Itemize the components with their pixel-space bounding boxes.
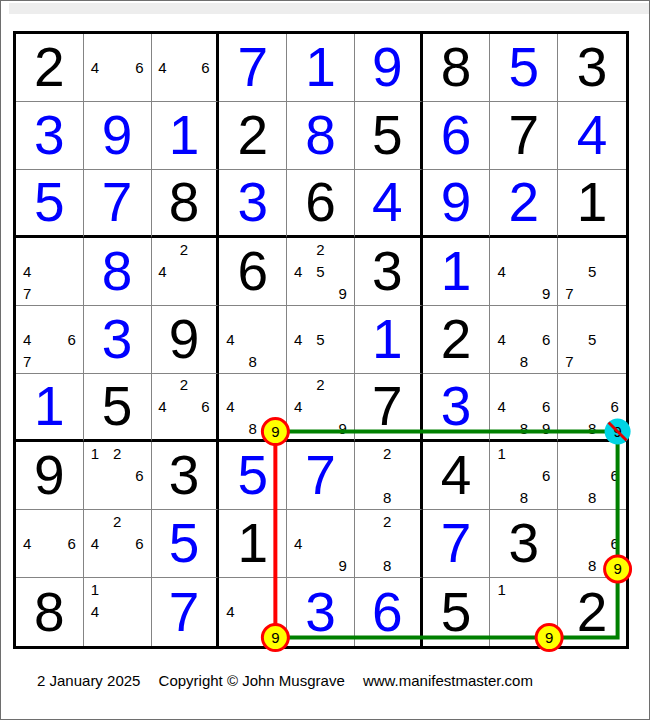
candidate-digit: 5 <box>581 260 604 282</box>
candidate-digit: 4 <box>490 328 512 350</box>
candidate-digit: 1 <box>490 578 512 601</box>
solved-digit: 7 <box>305 448 336 503</box>
cell-r9c2[interactable]: 14 <box>84 578 152 646</box>
solved-digit: 7 <box>169 585 200 640</box>
solved-digit: 5 <box>34 175 65 230</box>
cell-r9c6[interactable]: 6 <box>355 578 423 646</box>
solved-digit: 9 <box>102 108 133 163</box>
cell-r5c4[interactable]: 48 <box>219 306 287 374</box>
given-digit: 5 <box>372 108 403 163</box>
candidate-digit: 2 <box>309 374 331 396</box>
candidate-grid: 49 <box>219 578 286 646</box>
cell-r2c3[interactable]: 1 <box>152 102 220 170</box>
candidate-digit: 8 <box>513 417 535 439</box>
candidate-grid: 24 <box>152 238 217 305</box>
candidate-grid: 689 <box>558 374 626 439</box>
cell-r9c1[interactable]: 8 <box>16 578 84 646</box>
candidate-digit: 9 <box>332 417 354 439</box>
cell-r3c8[interactable]: 2 <box>490 170 558 238</box>
given-digit: 1 <box>577 175 608 230</box>
cell-r1c2[interactable]: 46 <box>84 34 152 102</box>
solved-digit: 6 <box>372 585 403 640</box>
candidate-grid: 689 <box>558 510 626 577</box>
candidate-digit: 5 <box>309 328 331 350</box>
given-digit: 6 <box>237 244 268 299</box>
cell-r1c1[interactable]: 2 <box>16 34 84 102</box>
cell-r6c2[interactable]: 5 <box>84 374 152 442</box>
cell-r9c7[interactable]: 5 <box>423 578 491 646</box>
cell-r2c5[interactable]: 8 <box>287 102 355 170</box>
solved-digit: 7 <box>102 175 133 230</box>
solved-digit: 8 <box>102 244 133 299</box>
cell-r6c6[interactable]: 7 <box>355 374 423 442</box>
candidate-grid: 468 <box>490 306 557 373</box>
cell-r4c3[interactable]: 24 <box>152 238 220 306</box>
solved-digit: 4 <box>577 108 608 163</box>
given-digit: 4 <box>441 448 472 503</box>
cell-r2c9[interactable]: 4 <box>558 102 626 170</box>
given-digit: 2 <box>577 585 608 640</box>
candidate-digit: 4 <box>152 396 174 418</box>
candidate-grid: 246 <box>84 510 151 577</box>
candidate-grid: 49 <box>490 238 557 305</box>
solved-digit: 1 <box>305 40 336 95</box>
cell-r9c3[interactable]: 7 <box>152 578 220 646</box>
cell-r1c6[interactable]: 9 <box>355 34 423 102</box>
candidate-digit: 6 <box>128 56 150 78</box>
cell-r4c8[interactable]: 49 <box>490 238 558 306</box>
candidate-digit: 6 <box>603 396 626 418</box>
cell-r1c5[interactable]: 1 <box>287 34 355 102</box>
cell-r5c1[interactable]: 467 <box>16 306 84 374</box>
candidate-digit: 6 <box>535 464 557 486</box>
candidate-digit: 9 <box>603 417 626 439</box>
candidate-grid: 467 <box>16 306 83 373</box>
cell-r5c8[interactable]: 468 <box>490 306 558 374</box>
solved-digit: 8 <box>305 108 336 163</box>
candidate-digit: 8 <box>376 487 398 509</box>
candidate-digit: 6 <box>603 532 626 554</box>
cell-r8c8[interactable]: 3 <box>490 510 558 578</box>
cell-r7c8[interactable]: 168 <box>490 442 558 510</box>
candidate-digit: 4 <box>219 328 241 350</box>
cell-r4c6[interactable]: 3 <box>355 238 423 306</box>
cell-r3c7[interactable]: 9 <box>423 170 491 238</box>
candidate-grid: 46 <box>84 34 151 101</box>
candidate-grid: 46 <box>152 34 217 101</box>
candidate-digit: 8 <box>376 555 398 577</box>
cell-r6c5[interactable]: 249 <box>287 374 355 442</box>
given-digit: 3 <box>509 516 540 571</box>
cell-r8c7[interactable]: 7 <box>423 510 491 578</box>
cell-r5c5[interactable]: 45 <box>287 306 355 374</box>
solved-digit: 2 <box>509 175 540 230</box>
cell-r8c9[interactable]: 689 <box>558 510 626 578</box>
candidate-grid: 48 <box>219 306 286 373</box>
candidate-digit: 6 <box>128 532 150 554</box>
candidate-digit: 9 <box>535 417 557 439</box>
cell-r5c6[interactable]: 1 <box>355 306 423 374</box>
given-digit: 8 <box>441 40 472 95</box>
cell-r4c9[interactable]: 57 <box>558 238 626 306</box>
cell-r4c2[interactable]: 8 <box>84 238 152 306</box>
candidate-digit: 8 <box>513 487 535 509</box>
candidate-digit: 6 <box>195 396 217 418</box>
candidate-grid: 68 <box>558 442 626 509</box>
cell-r6c9[interactable]: 689 <box>558 374 626 442</box>
solved-digit: 3 <box>102 312 133 367</box>
candidate-digit: 8 <box>513 351 535 373</box>
candidate-digit: 4 <box>490 260 512 282</box>
candidate-grid: 249 <box>287 374 354 439</box>
given-digit: 6 <box>305 175 336 230</box>
cell-r6c3[interactable]: 246 <box>152 374 220 442</box>
candidate-digit: 9 <box>264 623 286 646</box>
cell-r1c8[interactable]: 5 <box>490 34 558 102</box>
candidate-grid: 28 <box>355 442 420 509</box>
solved-digit: 7 <box>237 40 268 95</box>
given-digit: 1 <box>237 516 268 571</box>
candidate-digit: 4 <box>84 56 106 78</box>
candidate-digit: 8 <box>581 487 604 509</box>
cell-r5c9[interactable]: 57 <box>558 306 626 374</box>
candidate-digit: 2 <box>106 510 128 532</box>
solved-digit: 6 <box>441 108 472 163</box>
candidate-grid: 57 <box>558 306 626 373</box>
candidate-digit: 4 <box>287 328 309 350</box>
top-strip <box>9 3 650 14</box>
candidate-digit: 8 <box>242 351 264 373</box>
solved-digit: 1 <box>372 312 403 367</box>
cell-r6c1[interactable]: 1 <box>16 374 84 442</box>
candidate-digit: 6 <box>128 464 150 486</box>
candidate-grid: 45 <box>287 306 354 373</box>
candidate-grid: 49 <box>287 510 354 577</box>
given-digit: 8 <box>34 585 65 640</box>
cell-r3c5[interactable]: 6 <box>287 170 355 238</box>
solved-digit: 5 <box>237 448 268 503</box>
cell-r1c3[interactable]: 46 <box>152 34 220 102</box>
candidate-digit: 6 <box>535 396 557 418</box>
candidate-digit: 9 <box>264 417 286 439</box>
cell-r8c3[interactable]: 5 <box>152 510 220 578</box>
candidate-grid: 168 <box>490 442 557 509</box>
solved-digit: 3 <box>441 379 472 434</box>
candidate-grid: 46 <box>16 510 83 577</box>
cell-r1c9[interactable]: 3 <box>558 34 626 102</box>
candidate-digit: 4 <box>84 601 106 624</box>
cell-r8c6[interactable]: 28 <box>355 510 423 578</box>
candidate-digit: 4 <box>219 601 241 624</box>
footer-copyright: Copyright © John Musgrave <box>159 672 345 689</box>
candidate-grid: 246 <box>152 374 217 439</box>
given-digit: 5 <box>441 585 472 640</box>
candidate-digit: 7 <box>558 351 581 373</box>
solved-digit: 1 <box>169 108 200 163</box>
cell-r2c7[interactable]: 6 <box>423 102 491 170</box>
cell-r4c7[interactable]: 1 <box>423 238 491 306</box>
candidate-digit: 2 <box>173 238 195 260</box>
cell-r8c5[interactable]: 49 <box>287 510 355 578</box>
candidate-digit: 1 <box>490 442 512 464</box>
given-digit: 3 <box>169 448 200 503</box>
cell-r7c6[interactable]: 28 <box>355 442 423 510</box>
cell-r1c4[interactable]: 7 <box>219 34 287 102</box>
cell-r3c1[interactable]: 5 <box>16 170 84 238</box>
cell-r7c5[interactable]: 7 <box>287 442 355 510</box>
candidate-digit: 1 <box>84 578 106 601</box>
solved-digit: 3 <box>34 108 65 163</box>
candidate-grid: 47 <box>16 238 83 305</box>
candidate-digit: 6 <box>535 328 557 350</box>
cell-r6c7[interactable]: 3 <box>423 374 491 442</box>
solved-digit: 1 <box>441 244 472 299</box>
candidate-digit: 7 <box>16 351 38 373</box>
cell-r2c4[interactable]: 2 <box>219 102 287 170</box>
cell-r3c4[interactable]: 3 <box>219 170 287 238</box>
cell-r6c8[interactable]: 4689 <box>490 374 558 442</box>
cell-r6c4[interactable]: 489 <box>219 374 287 442</box>
cell-r3c9[interactable]: 1 <box>558 170 626 238</box>
candidate-grid: 28 <box>355 510 420 577</box>
candidate-grid: 4689 <box>490 374 557 439</box>
given-digit: 3 <box>577 40 608 95</box>
solved-digit: 3 <box>305 585 336 640</box>
candidate-digit: 9 <box>603 555 626 577</box>
candidate-grid: 57 <box>558 238 626 305</box>
cell-r3c2[interactable]: 7 <box>84 170 152 238</box>
cell-r7c2[interactable]: 126 <box>84 442 152 510</box>
candidate-digit: 4 <box>16 328 38 350</box>
given-digit: 2 <box>441 312 472 367</box>
cell-r5c2[interactable]: 3 <box>84 306 152 374</box>
candidate-digit: 7 <box>558 283 581 305</box>
cell-r8c4[interactable]: 1 <box>219 510 287 578</box>
cell-r2c1[interactable]: 3 <box>16 102 84 170</box>
given-digit: 9 <box>34 448 65 503</box>
solved-digit: 7 <box>441 516 472 571</box>
footer-date: 2 January 2025 <box>37 672 140 689</box>
candidate-digit: 2 <box>173 374 195 396</box>
solved-digit: 9 <box>441 175 472 230</box>
candidate-grid: 19 <box>490 578 557 646</box>
given-digit: 2 <box>34 40 65 95</box>
given-digit: 9 <box>169 312 200 367</box>
candidate-digit: 2 <box>309 238 331 260</box>
given-digit: 2 <box>237 108 268 163</box>
sudoku-board: 2464671985339128567457836492147824624593… <box>13 31 629 649</box>
candidate-digit: 2 <box>106 442 128 464</box>
cell-r9c8[interactable]: 19 <box>490 578 558 646</box>
candidate-grid: 489 <box>219 374 286 439</box>
candidate-digit: 6 <box>61 328 83 350</box>
solved-digit: 5 <box>169 516 200 571</box>
candidate-digit: 6 <box>61 532 83 554</box>
candidate-digit: 9 <box>332 555 354 577</box>
solved-digit: 3 <box>237 175 268 230</box>
cell-r2c8[interactable]: 7 <box>490 102 558 170</box>
candidate-digit: 4 <box>152 56 174 78</box>
cell-r9c5[interactable]: 3 <box>287 578 355 646</box>
candidate-digit: 5 <box>309 260 331 282</box>
candidate-digit: 4 <box>16 260 38 282</box>
cell-r3c3[interactable]: 8 <box>152 170 220 238</box>
given-digit: 3 <box>372 244 403 299</box>
solved-digit: 4 <box>372 175 403 230</box>
given-digit: 5 <box>102 379 133 434</box>
cell-r1c7[interactable]: 8 <box>423 34 491 102</box>
footer-website: www.manifestmaster.com <box>363 672 533 689</box>
candidate-grid: 14 <box>84 578 151 646</box>
cell-r8c1[interactable]: 46 <box>16 510 84 578</box>
cell-r5c7[interactable]: 2 <box>423 306 491 374</box>
candidate-digit: 4 <box>490 396 512 418</box>
candidate-digit: 4 <box>84 532 106 554</box>
candidate-digit: 6 <box>603 464 626 486</box>
candidate-digit: 4 <box>287 396 309 418</box>
given-digit: 7 <box>372 379 403 434</box>
footer: 2 January 2025 Copyright © John Musgrave… <box>37 671 637 691</box>
cell-r8c2[interactable]: 246 <box>84 510 152 578</box>
solved-digit: 1 <box>34 379 65 434</box>
candidate-grid: 2459 <box>287 238 354 305</box>
given-digit: 8 <box>169 175 200 230</box>
cell-r7c1[interactable]: 9 <box>16 442 84 510</box>
candidate-digit: 6 <box>195 56 217 78</box>
cell-r4c5[interactable]: 2459 <box>287 238 355 306</box>
candidate-digit: 8 <box>581 417 604 439</box>
cell-r7c3[interactable]: 3 <box>152 442 220 510</box>
candidate-digit: 4 <box>219 396 241 418</box>
cell-r4c1[interactable]: 47 <box>16 238 84 306</box>
cell-r4c4[interactable]: 6 <box>219 238 287 306</box>
candidate-digit: 5 <box>581 328 604 350</box>
candidate-digit: 7 <box>16 283 38 305</box>
cell-r7c4[interactable]: 5 <box>219 442 287 510</box>
cell-r2c2[interactable]: 9 <box>84 102 152 170</box>
candidate-digit: 4 <box>287 260 309 282</box>
cell-r9c4[interactable]: 49 <box>219 578 287 646</box>
cell-r7c7[interactable]: 4 <box>423 442 491 510</box>
candidate-digit: 2 <box>376 510 398 532</box>
candidate-digit: 8 <box>242 417 264 439</box>
cell-r3c6[interactable]: 4 <box>355 170 423 238</box>
candidate-digit: 4 <box>16 532 38 554</box>
cell-r7c9[interactable]: 68 <box>558 442 626 510</box>
candidate-digit: 4 <box>287 532 309 554</box>
candidate-digit: 9 <box>535 283 557 305</box>
candidate-digit: 4 <box>152 260 174 282</box>
candidate-digit: 1 <box>84 442 106 464</box>
candidate-digit: 9 <box>332 283 354 305</box>
candidate-grid: 126 <box>84 442 151 509</box>
candidate-digit: 2 <box>376 442 398 464</box>
solved-digit: 9 <box>372 40 403 95</box>
candidate-digit: 8 <box>581 555 604 577</box>
cell-r9c9[interactable]: 2 <box>558 578 626 646</box>
cell-r2c6[interactable]: 5 <box>355 102 423 170</box>
solved-digit: 5 <box>509 40 540 95</box>
given-digit: 7 <box>509 108 540 163</box>
candidate-digit: 9 <box>535 623 557 646</box>
cell-r5c3[interactable]: 9 <box>152 306 220 374</box>
